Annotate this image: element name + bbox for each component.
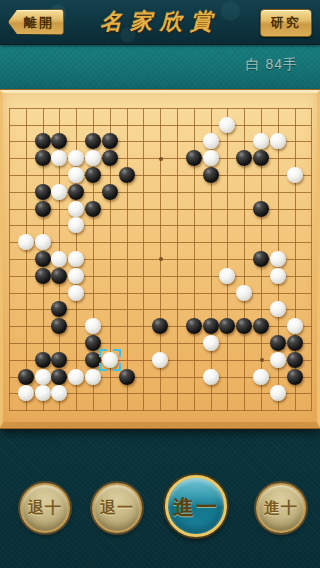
white-stone — [287, 318, 303, 334]
black-stone — [35, 150, 51, 166]
white-stone — [152, 352, 168, 368]
black-stone — [51, 268, 67, 284]
black-stone — [35, 251, 51, 267]
black-stone — [85, 201, 101, 217]
black-stone — [51, 369, 67, 385]
white-stone — [85, 150, 101, 166]
back-button[interactable]: 離開 — [8, 9, 64, 35]
black-stone — [35, 201, 51, 217]
white-stone — [85, 318, 101, 334]
white-stone — [68, 201, 84, 217]
white-stone — [85, 369, 101, 385]
black-stone — [102, 150, 118, 166]
white-stone — [270, 301, 286, 317]
white-stone — [203, 369, 219, 385]
white-stone — [51, 385, 67, 401]
white-stone — [51, 184, 67, 200]
black-stone — [253, 201, 269, 217]
white-stone — [102, 352, 118, 368]
white-stone — [68, 167, 84, 183]
black-stone — [186, 150, 202, 166]
black-stone — [203, 167, 219, 183]
white-stone — [68, 251, 84, 267]
white-stone — [253, 133, 269, 149]
white-stone — [18, 234, 34, 250]
white-stone — [253, 369, 269, 385]
grid-line-vertical — [311, 108, 312, 411]
white-stone — [287, 167, 303, 183]
black-stone — [85, 352, 101, 368]
black-stone — [85, 167, 101, 183]
black-stone — [35, 352, 51, 368]
black-stone — [236, 318, 252, 334]
grid-line-vertical — [177, 108, 178, 411]
black-stone — [68, 184, 84, 200]
white-stone — [35, 369, 51, 385]
white-stone — [68, 150, 84, 166]
move-indicator: 白 84手 — [246, 56, 298, 74]
black-stone — [270, 335, 286, 351]
star-point — [159, 257, 163, 261]
white-stone — [270, 251, 286, 267]
black-stone — [119, 167, 135, 183]
black-stone — [119, 369, 135, 385]
black-stone — [253, 318, 269, 334]
black-stone — [51, 352, 67, 368]
white-stone — [270, 352, 286, 368]
grid-line-vertical — [227, 108, 228, 411]
black-stone — [18, 369, 34, 385]
white-stone — [35, 385, 51, 401]
study-button[interactable]: 研究 — [260, 9, 312, 37]
white-stone — [236, 285, 252, 301]
white-stone — [68, 268, 84, 284]
black-stone — [219, 318, 235, 334]
white-stone — [68, 217, 84, 233]
black-stone — [287, 335, 303, 351]
white-stone — [35, 234, 51, 250]
black-stone — [51, 318, 67, 334]
black-stone — [35, 133, 51, 149]
white-stone — [219, 117, 235, 133]
white-stone — [68, 369, 84, 385]
top-bar: 離開 名家欣賞 研究 — [0, 0, 320, 45]
star-point — [260, 358, 264, 362]
black-stone — [102, 184, 118, 200]
black-stone — [253, 150, 269, 166]
grid-line-horizontal — [9, 410, 312, 411]
white-stone — [68, 285, 84, 301]
black-stone — [102, 133, 118, 149]
white-stone — [203, 335, 219, 351]
white-stone — [51, 150, 67, 166]
black-stone — [203, 318, 219, 334]
black-stone — [51, 301, 67, 317]
grid-line-horizontal — [9, 293, 312, 294]
back-ten-button[interactable]: 退十 — [20, 483, 70, 533]
black-stone — [253, 251, 269, 267]
white-stone — [219, 268, 235, 284]
black-stone — [35, 184, 51, 200]
black-stone — [85, 335, 101, 351]
black-stone — [85, 133, 101, 149]
black-stone — [152, 318, 168, 334]
black-stone — [287, 369, 303, 385]
white-stone — [51, 251, 67, 267]
black-stone — [51, 133, 67, 149]
white-stone — [18, 385, 34, 401]
forward-ten-button[interactable]: 進十 — [256, 483, 306, 533]
grid-line-horizontal — [9, 343, 312, 344]
white-stone — [203, 133, 219, 149]
white-stone — [270, 133, 286, 149]
black-stone — [35, 268, 51, 284]
white-stone — [203, 150, 219, 166]
app-screen: 離開 名家欣賞 研究 白 84手 退十退一進一進十 — [0, 0, 320, 568]
go-board — [0, 90, 320, 428]
black-stone — [236, 150, 252, 166]
forward-one-button[interactable]: 進一 — [165, 475, 227, 537]
white-stone — [270, 385, 286, 401]
white-stone — [270, 268, 286, 284]
star-point — [159, 157, 163, 161]
back-one-button[interactable]: 退一 — [92, 483, 142, 533]
black-stone — [186, 318, 202, 334]
black-stone — [287, 352, 303, 368]
